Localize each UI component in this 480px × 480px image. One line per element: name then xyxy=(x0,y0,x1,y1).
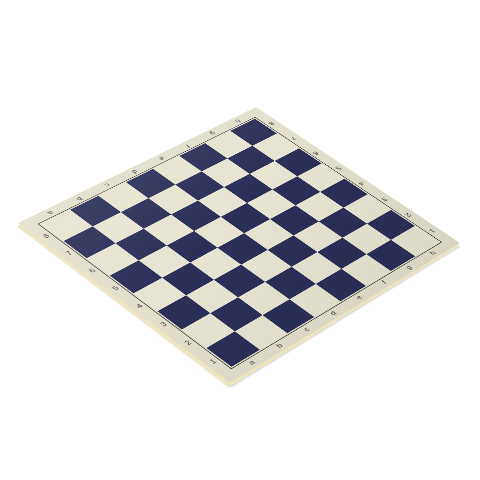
chessboard: 88aa77bb66cc55dd44ee33ff22gg11hh xyxy=(18,107,460,383)
squares-grid xyxy=(41,119,439,367)
photo-stage: 88aa77bb66cc55dd44ee33ff22gg11hh xyxy=(0,0,480,480)
